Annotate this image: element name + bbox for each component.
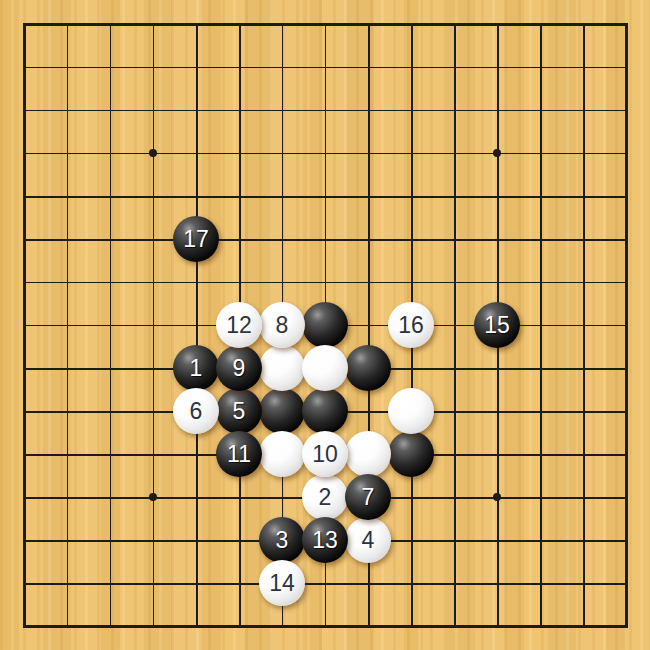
white-stone-move-2: 2 <box>302 474 348 520</box>
move-number: 4 <box>362 529 375 552</box>
white-stone-move-6: 6 <box>173 388 219 434</box>
black-stone <box>302 302 348 348</box>
white-stone <box>302 345 348 391</box>
move-number: 5 <box>233 400 246 423</box>
move-number: 9 <box>233 357 246 380</box>
move-number: 3 <box>276 529 289 552</box>
move-number: 11 <box>227 443 251 466</box>
black-stone-move-1: 1 <box>173 345 219 391</box>
black-stone <box>259 388 305 434</box>
move-number: 12 <box>226 314 252 337</box>
black-stone-move-11: 11 <box>216 431 262 477</box>
move-number: 1 <box>190 357 203 380</box>
white-stone-move-4: 4 <box>345 517 391 563</box>
black-stone-move-9: 9 <box>216 345 262 391</box>
move-number: 15 <box>484 314 510 337</box>
white-stone <box>259 431 305 477</box>
move-number: 14 <box>269 572 295 595</box>
move-number: 6 <box>190 400 203 423</box>
white-stone-move-8: 8 <box>259 302 305 348</box>
black-stone <box>302 388 348 434</box>
white-stone <box>388 388 434 434</box>
black-stone-move-3: 3 <box>259 517 305 563</box>
move-number: 7 <box>362 486 375 509</box>
move-number: 10 <box>312 443 338 466</box>
go-board[interactable]: 1234567891011121314151617 <box>0 0 650 650</box>
stones-layer: 1234567891011121314151617 <box>3 3 648 648</box>
white-stone-move-16: 16 <box>388 302 434 348</box>
black-stone-move-13: 13 <box>302 517 348 563</box>
white-stone-move-12: 12 <box>216 302 262 348</box>
move-number: 16 <box>398 314 424 337</box>
move-number: 17 <box>183 228 209 251</box>
black-stone <box>345 345 391 391</box>
move-number: 8 <box>276 314 289 337</box>
white-stone-move-14: 14 <box>259 560 305 606</box>
black-stone-move-5: 5 <box>216 388 262 434</box>
white-stone <box>345 431 391 477</box>
black-stone-move-15: 15 <box>474 302 520 348</box>
move-number: 13 <box>312 529 338 552</box>
black-stone <box>388 431 434 477</box>
white-stone <box>259 345 305 391</box>
move-number: 2 <box>319 486 332 509</box>
black-stone-move-7: 7 <box>345 474 391 520</box>
black-stone-move-17: 17 <box>173 216 219 262</box>
white-stone-move-10: 10 <box>302 431 348 477</box>
